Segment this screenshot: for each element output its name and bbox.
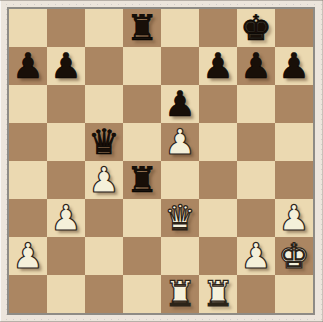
square-f5[interactable]: [199, 123, 237, 161]
white-rook: ♜: [202, 275, 233, 313]
square-c5[interactable]: ♛: [85, 123, 123, 161]
square-e2[interactable]: [161, 237, 199, 275]
square-g7[interactable]: ♟: [237, 47, 275, 85]
white-king: ♚: [278, 237, 309, 275]
square-d6[interactable]: [123, 85, 161, 123]
chess-board: ♜♚♟♟♟♟♟♟♛♟♟♜♟♛♟♟♟♚♜♜: [9, 9, 313, 313]
square-d7[interactable]: [123, 47, 161, 85]
square-f7[interactable]: ♟: [199, 47, 237, 85]
square-g6[interactable]: [237, 85, 275, 123]
square-e1[interactable]: ♜: [161, 275, 199, 313]
square-a2[interactable]: ♟: [9, 237, 47, 275]
square-d2[interactable]: [123, 237, 161, 275]
white-queen: ♛: [164, 199, 195, 237]
square-b6[interactable]: [47, 85, 85, 123]
square-a5[interactable]: [9, 123, 47, 161]
square-f6[interactable]: [199, 85, 237, 123]
square-c3[interactable]: [85, 199, 123, 237]
black-rook: ♜: [126, 9, 157, 47]
square-h4[interactable]: [275, 161, 313, 199]
square-h6[interactable]: [275, 85, 313, 123]
white-pawn: ♟: [240, 237, 271, 275]
square-f2[interactable]: [199, 237, 237, 275]
square-a1[interactable]: [9, 275, 47, 313]
square-d5[interactable]: [123, 123, 161, 161]
square-h8[interactable]: [275, 9, 313, 47]
square-a6[interactable]: [9, 85, 47, 123]
square-e5[interactable]: ♟: [161, 123, 199, 161]
square-d1[interactable]: [123, 275, 161, 313]
white-pawn: ♟: [164, 123, 195, 161]
black-pawn: ♟: [12, 47, 43, 85]
square-c6[interactable]: [85, 85, 123, 123]
square-a4[interactable]: [9, 161, 47, 199]
square-b7[interactable]: ♟: [47, 47, 85, 85]
square-b2[interactable]: [47, 237, 85, 275]
black-pawn: ♟: [240, 47, 271, 85]
white-pawn: ♟: [278, 199, 309, 237]
board-border: ♜♚♟♟♟♟♟♟♛♟♟♜♟♛♟♟♟♚♜♜: [7, 7, 315, 315]
black-rook: ♜: [126, 161, 157, 199]
square-c8[interactable]: [85, 9, 123, 47]
square-e7[interactable]: [161, 47, 199, 85]
square-h1[interactable]: [275, 275, 313, 313]
square-e8[interactable]: [161, 9, 199, 47]
square-g4[interactable]: [237, 161, 275, 199]
square-c2[interactable]: [85, 237, 123, 275]
square-d8[interactable]: ♜: [123, 9, 161, 47]
white-pawn: ♟: [88, 161, 119, 199]
square-b8[interactable]: [47, 9, 85, 47]
black-queen: ♛: [88, 123, 119, 161]
square-h3[interactable]: ♟: [275, 199, 313, 237]
square-h2[interactable]: ♚: [275, 237, 313, 275]
square-b3[interactable]: ♟: [47, 199, 85, 237]
square-b4[interactable]: [47, 161, 85, 199]
square-c4[interactable]: ♟: [85, 161, 123, 199]
white-pawn: ♟: [12, 237, 43, 275]
board-frame: ♜♚♟♟♟♟♟♟♛♟♟♜♟♛♟♟♟♚♜♜: [0, 0, 323, 322]
black-pawn: ♟: [50, 47, 81, 85]
square-c1[interactable]: [85, 275, 123, 313]
square-b5[interactable]: [47, 123, 85, 161]
square-g1[interactable]: [237, 275, 275, 313]
black-pawn: ♟: [278, 47, 309, 85]
black-king: ♚: [240, 9, 271, 47]
square-e3[interactable]: ♛: [161, 199, 199, 237]
white-rook: ♜: [164, 275, 195, 313]
square-d3[interactable]: [123, 199, 161, 237]
square-f8[interactable]: [199, 9, 237, 47]
black-pawn: ♟: [164, 85, 195, 123]
square-d4[interactable]: ♜: [123, 161, 161, 199]
square-h7[interactable]: ♟: [275, 47, 313, 85]
black-pawn: ♟: [202, 47, 233, 85]
square-c7[interactable]: [85, 47, 123, 85]
square-e4[interactable]: [161, 161, 199, 199]
square-g5[interactable]: [237, 123, 275, 161]
square-e6[interactable]: ♟: [161, 85, 199, 123]
square-b1[interactable]: [47, 275, 85, 313]
square-g2[interactable]: ♟: [237, 237, 275, 275]
square-g8[interactable]: ♚: [237, 9, 275, 47]
white-pawn: ♟: [50, 199, 81, 237]
square-a7[interactable]: ♟: [9, 47, 47, 85]
square-g3[interactable]: [237, 199, 275, 237]
square-f4[interactable]: [199, 161, 237, 199]
square-a3[interactable]: [9, 199, 47, 237]
square-h5[interactable]: [275, 123, 313, 161]
square-f3[interactable]: [199, 199, 237, 237]
square-f1[interactable]: ♜: [199, 275, 237, 313]
square-a8[interactable]: [9, 9, 47, 47]
